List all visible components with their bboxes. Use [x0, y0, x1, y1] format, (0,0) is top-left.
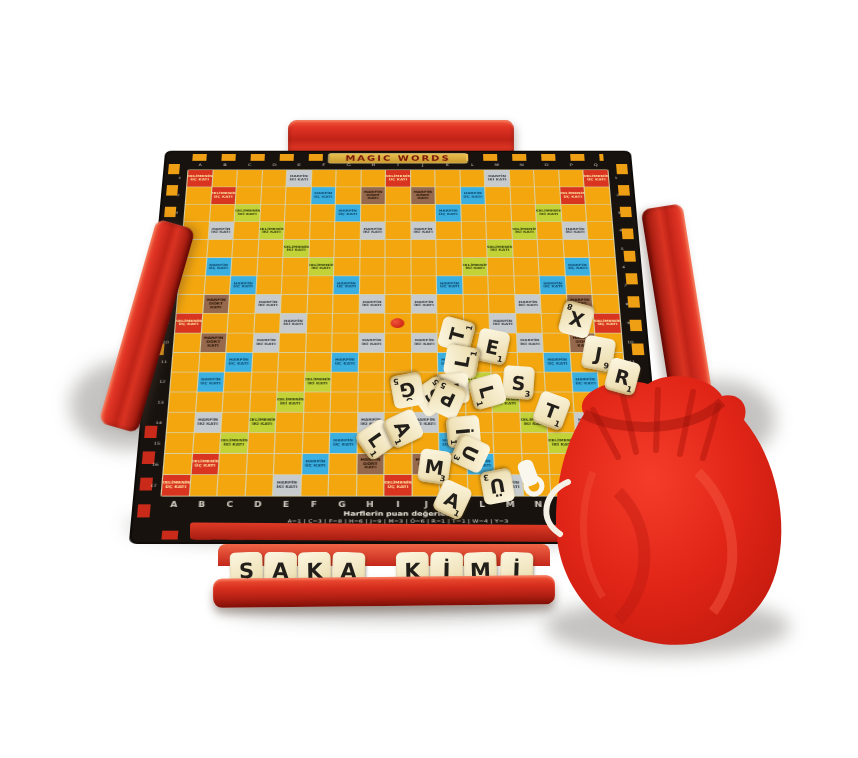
board-cell-C7: HARFİNÜÇ KATI [230, 277, 256, 295]
board-cell-E17: HARFİNİKİ KATI [273, 475, 300, 496]
tile-letter: P [437, 387, 459, 413]
row-label-3: 3 [170, 204, 184, 222]
board-cell-F3 [310, 205, 335, 222]
board-cell-N8: HARFİNİKİ KATI [515, 295, 541, 313]
board-cell-B8: HARFİNDÖRT KATI [203, 295, 229, 313]
board-cell-I5 [386, 240, 410, 257]
premium-label: ÜÇ KATI [165, 485, 186, 489]
board-cell-D1 [262, 170, 287, 186]
row-label-1: 1 [173, 170, 187, 187]
board-cell-F1 [311, 170, 335, 186]
premium-label: İKİ KATI [223, 443, 244, 447]
board-cell-C14 [221, 412, 248, 432]
board-cell-D16 [246, 454, 273, 474]
board-cell-A10 [174, 333, 201, 352]
premium-label: İKİ KATI [490, 249, 509, 252]
board-cell-I9 [385, 314, 410, 332]
board-cell-P6: HARFİNÜÇ KATI [565, 258, 591, 276]
premium-label: İKİ KATI [311, 267, 330, 270]
col-label-E: E [287, 163, 312, 167]
board-cell-C3: KELİMENİNİKİ KATI [235, 205, 260, 222]
board-cell-L5 [462, 240, 487, 257]
premium-label: ÜÇ KATI [335, 362, 355, 366]
board-cell-I8 [385, 295, 410, 313]
premium-label: DÖRT KATI [361, 194, 385, 201]
board-cell-M6 [488, 258, 513, 276]
board-cell-J8: HARFİNİKİ KATI [411, 295, 436, 313]
board-cell-A8 [177, 295, 203, 313]
board-cell-C2 [236, 187, 261, 204]
premium-label: DÖRT KATI [203, 302, 228, 309]
board-cell-M3 [486, 205, 511, 222]
row-label-16: 16 [148, 454, 163, 475]
premium-label: İKİ KATI [465, 267, 484, 270]
board-cell-P1 [559, 170, 584, 186]
board-cell-Q4 [588, 222, 614, 239]
board-cell-O4 [537, 222, 562, 239]
tile-Ü[interactable]: Ü3 [479, 468, 515, 506]
board-cell-B17 [190, 475, 218, 496]
board-cell-B3 [209, 205, 234, 222]
row-label-3: 3 [612, 204, 626, 222]
board-cell-I3 [386, 205, 410, 222]
premium-label: ÜÇ KATI [568, 267, 588, 270]
premium-label: İKİ KATI [283, 323, 303, 327]
premium-label: İKİ KATI [258, 304, 278, 308]
board-cell-H5 [360, 240, 385, 257]
premium-label: İKİ KATI [280, 402, 300, 406]
premium-label: İKİ KATI [238, 213, 257, 216]
col-label-C: C [237, 163, 262, 167]
tile-value: 5 [392, 376, 399, 386]
board-cell-C6 [231, 258, 257, 276]
board-cell-H3 [361, 205, 385, 222]
board-cell-D2 [261, 187, 286, 204]
col-label-K: K [435, 163, 460, 167]
board-cell-E16 [274, 454, 301, 474]
col-label-M: M [484, 163, 509, 167]
premium-label: ÜÇ KATI [440, 285, 460, 288]
row-label-7: 7 [618, 276, 632, 295]
tile-value: 1 [368, 449, 379, 459]
board-cell-D4: KELİMENİNİKİ KATI [259, 222, 284, 239]
row-label-10: 10 [623, 333, 638, 352]
board-cell-I1: KELİMENİNÜÇ KATI [386, 170, 410, 186]
board-cell-C1 [237, 170, 262, 186]
board-cell-H13 [358, 392, 384, 411]
board-cell-B5 [207, 240, 233, 257]
row-label-2: 2 [611, 187, 625, 204]
row-label-4: 4 [614, 222, 628, 240]
premium-label: ÜÇ KATI [563, 196, 582, 199]
board-cell-A14 [167, 412, 195, 432]
board-cell-E7 [282, 277, 307, 295]
board-cell-B1 [212, 170, 237, 186]
board-cell-K8 [437, 295, 462, 313]
board-cell-Q8 [593, 295, 619, 313]
board-cell-G8 [333, 295, 358, 313]
board-cell-L8 [463, 295, 488, 313]
board-cell-A11 [172, 353, 199, 372]
board-cell-F16: HARFİNÜÇ KATI [302, 454, 329, 474]
board-cell-H6 [360, 258, 385, 276]
premium-label: ÜÇ KATI [190, 178, 209, 181]
board-cell-D12 [251, 372, 278, 391]
board-cell-E9: HARFİNİKİ KATI [280, 314, 306, 332]
board-cell-J9 [412, 314, 437, 332]
premium-label: İKİ KATI [515, 231, 534, 234]
board-cell-K7: HARFİNÜÇ KATI [437, 277, 462, 295]
board-cell-F6: KELİMENİNİKİ KATI [308, 258, 333, 276]
row-label-1: 1 [609, 170, 623, 187]
premium-label: ÜÇ KATI [587, 178, 606, 181]
premium-label: ÜÇ KATI [314, 196, 333, 199]
board-cell-A3 [184, 205, 209, 222]
board-cell-I4 [386, 222, 410, 239]
board-cell-P5 [564, 240, 590, 257]
board-cell-E6 [283, 258, 308, 276]
board-cell-E4 [284, 222, 309, 239]
board-cell-D9 [254, 314, 280, 332]
tile-value: 3 [482, 472, 489, 482]
board-cell-M1: HARFİNİKİ KATI [485, 170, 509, 186]
board-cell-B2: KELİMENİNÜÇ KATI [211, 187, 236, 204]
board-cell-K4 [436, 222, 461, 239]
board-cell-J6 [411, 258, 436, 276]
board-cell-Q1: KELİMENİNÜÇ KATI [584, 170, 609, 186]
board-cell-B11 [199, 353, 226, 372]
board-cell-G15: HARFİNÜÇ KATI [330, 433, 357, 453]
tile-value: 3 [524, 389, 530, 398]
board-cell-B13 [196, 392, 223, 411]
col-label-G: G [328, 501, 356, 509]
col-label-L: L [460, 163, 485, 167]
tile-S[interactable]: S3 [502, 365, 535, 400]
tile-letter: Ğ [398, 378, 417, 402]
board-cell-G2 [336, 187, 360, 204]
board-cell-A7 [178, 277, 204, 295]
premium-label: İKİ KATI [262, 231, 281, 234]
board-cell-A12 [170, 372, 197, 391]
board-cell-C5 [232, 240, 257, 257]
board-cell-I17: KELİMENİNÜÇ KATI [385, 475, 412, 496]
board-cell-F10 [306, 333, 332, 352]
board-cell-L7 [463, 277, 488, 295]
premium-label: İKİ KATI [539, 213, 558, 216]
col-label-D: D [262, 163, 287, 167]
board-cell-D8: HARFİNİKİ KATI [255, 295, 281, 313]
board-cell-H17 [357, 475, 384, 496]
col-label-B: B [213, 163, 238, 167]
board-cell-E5: KELİMENİNİKİ KATI [284, 240, 309, 257]
tile-value: 1 [474, 400, 484, 408]
board-cell-H4: HARFİNİKİ KATI [360, 222, 384, 239]
premium-label: İKİ KATI [566, 231, 585, 234]
board-cell-C15: KELİMENİNİKİ KATI [220, 433, 247, 453]
premium-label: İKİ KATI [362, 304, 382, 308]
premium-label: İKİ KATI [493, 323, 513, 327]
col-label-J: J [410, 163, 435, 167]
row-label-2: 2 [171, 187, 185, 204]
board-cell-O7: HARFİNÜÇ KATI [540, 277, 566, 295]
col-label-Q: Q [583, 163, 608, 167]
premium-label: ÜÇ KATI [200, 382, 220, 386]
premium-label: İKİ KATI [488, 178, 507, 181]
board-cell-C13 [223, 392, 250, 411]
board-cell-F12: KELİMENİNİKİ KATI [305, 372, 331, 391]
board-cell-G7: HARFİNÜÇ KATI [334, 277, 359, 295]
board-cell-E13: KELİMENİNİKİ KATI [277, 392, 304, 411]
premium-label: ÜÇ KATI [337, 285, 357, 288]
board-cell-H2: HARFİNDÖRT KATI [361, 187, 385, 204]
premium-label: ÜÇ KATI [387, 485, 408, 489]
col-label-E: E [272, 501, 300, 509]
board-cell-D13 [250, 392, 277, 411]
tile-value: 1 [625, 385, 633, 395]
board-cell-H12 [358, 372, 384, 391]
premium-label: ÜÇ KATI [178, 323, 198, 327]
premium-label: ÜÇ KATI [333, 443, 354, 447]
board-cell-L6: KELİMENİNİKİ KATI [462, 258, 487, 276]
board-cell-F8 [307, 295, 332, 313]
board-cell-E8 [281, 295, 307, 313]
row-label-14: 14 [151, 412, 166, 433]
board-cell-J1 [411, 170, 435, 186]
board-cell-C10 [226, 333, 252, 352]
board-cell-P7 [566, 277, 592, 295]
board-cell-J2: HARFİNDÖRT KATI [411, 187, 435, 204]
board-cell-N10: HARFİNİKİ KATI [517, 333, 543, 352]
board-cell-P2: KELİMENİNÜÇ KATI [560, 187, 585, 204]
col-label-N: N [509, 163, 534, 167]
tile-letter: A [441, 486, 464, 512]
row-label-17: 17 [146, 475, 161, 497]
premium-label: İKİ KATI [362, 342, 382, 346]
board-cell-C12 [224, 372, 251, 391]
premium-label: ÜÇ KATI [598, 323, 618, 327]
board-cell-C4 [234, 222, 259, 239]
col-label-C: C [216, 501, 244, 509]
board-cell-D10: HARFİNİKİ KATI [253, 333, 279, 352]
board-cell-O5 [538, 240, 563, 257]
board-cell-D7 [256, 277, 282, 295]
tile-letter: J [593, 342, 604, 365]
board-cell-B9 [201, 314, 227, 332]
col-label-A: A [159, 501, 188, 509]
board-cell-P4: HARFİNİKİ KATI [562, 222, 587, 239]
board-cell-F7 [308, 277, 333, 295]
board-cell-A9: KELİMENİNÜÇ KATI [175, 314, 202, 332]
board-cell-K3: HARFİNÜÇ KATI [436, 205, 460, 222]
board-cell-K2 [436, 187, 460, 204]
row-label-5: 5 [615, 240, 629, 258]
board-cell-E2 [286, 187, 311, 204]
board-cell-G17 [329, 475, 356, 496]
board-cell-J7 [411, 277, 436, 295]
board-cell-E1: HARFİNİKİ KATI [287, 170, 311, 186]
board-cell-D17 [245, 475, 273, 496]
premium-label: İKİ KATI [414, 342, 434, 346]
board-cell-L2: HARFİNÜÇ KATI [461, 187, 485, 204]
row-label-15: 15 [149, 433, 164, 454]
board-cell-Q2 [585, 187, 610, 204]
board-cell-H9 [359, 314, 384, 332]
tile-letter: U [457, 442, 483, 465]
board-cell-B12: HARFİNÜÇ KATI [197, 372, 224, 391]
premium-label: İKİ KATI [414, 304, 434, 308]
board-cell-G11: HARFİNÜÇ KATI [332, 353, 358, 372]
col-label-A: A [188, 163, 213, 167]
tile-letter: L [364, 428, 389, 451]
board-cell-Q9: KELİMENİNÜÇ KATI [594, 314, 621, 332]
board-cell-A2 [186, 187, 211, 204]
col-label-H: H [361, 163, 386, 167]
board-cell-C9 [228, 314, 254, 332]
board-cell-I16 [385, 454, 412, 474]
board-cell-N2 [510, 187, 535, 204]
tile-letter: L [475, 383, 499, 400]
board-cell-A13 [169, 392, 196, 411]
board-cell-M8 [489, 295, 515, 313]
board-cell-J11 [412, 353, 438, 372]
board-cell-H8: HARFİNİKİ KATI [359, 295, 384, 313]
col-label-H: H [356, 501, 384, 509]
board-cell-O1 [534, 170, 559, 186]
premium-label: ÜÇ KATI [543, 285, 563, 288]
board-cell-I2 [386, 187, 410, 204]
col-label-P: P [559, 163, 584, 167]
board-cell-E11 [279, 353, 305, 372]
board-cell-F11 [305, 353, 331, 372]
board-cell-L4 [462, 222, 487, 239]
board-cell-I10 [385, 333, 410, 352]
board-cell-Q3 [586, 205, 611, 222]
board-cell-N3 [511, 205, 536, 222]
row-label-9: 9 [621, 314, 635, 333]
board-cell-P3 [561, 205, 586, 222]
tile-letter: Ü [488, 474, 507, 498]
board-cell-G4 [335, 222, 360, 239]
board-cell-G14 [330, 412, 356, 432]
board-cell-E3 [285, 205, 310, 222]
board-cell-Q7 [592, 277, 618, 295]
board-cell-D15 [248, 433, 275, 453]
board-cell-O3: KELİMENİNİKİ KATI [536, 205, 561, 222]
row-label-12: 12 [155, 372, 170, 392]
col-label-F: F [300, 501, 328, 509]
board-cell-N7 [514, 277, 540, 295]
premium-label: ÜÇ KATI [209, 267, 229, 270]
board-cell-O10 [543, 333, 569, 352]
board-cell-N1 [510, 170, 535, 186]
board-cell-E10 [279, 333, 305, 352]
board-cell-L1 [460, 170, 484, 186]
premium-label: ÜÇ KATI [228, 362, 248, 366]
premium-label: İKİ KATI [518, 304, 538, 308]
col-label-I: I [384, 501, 412, 509]
board-cell-C8 [229, 295, 255, 313]
board-cell-F5 [309, 240, 334, 257]
cord-loop [526, 478, 542, 494]
column-letters-top: ABCDEFGHIJKLMNOPQ [188, 163, 608, 167]
board-cell-Q5 [589, 240, 615, 257]
premium-label: İKİ KATI [276, 485, 297, 489]
row-label-6: 6 [617, 258, 631, 276]
board-cell-G13 [331, 392, 357, 411]
board-cell-J5 [411, 240, 436, 257]
premium-label: İKİ KATI [252, 422, 273, 426]
board-cell-D11 [252, 353, 278, 372]
board-cell-K1 [436, 170, 460, 186]
board-cell-B14: HARFİNİKİ KATI [194, 412, 221, 432]
premium-label: İKİ KATI [256, 342, 276, 346]
board-cell-N5 [513, 240, 538, 257]
board-cell-F15 [302, 433, 329, 453]
board-cell-K6 [437, 258, 462, 276]
premium-label: DÖRT KATI [411, 194, 435, 201]
col-label-G: G [336, 163, 361, 167]
board-cell-M4 [487, 222, 512, 239]
premium-label: ÜÇ KATI [233, 285, 253, 288]
premium-label: İKİ KATI [211, 231, 230, 234]
board-cell-D3 [260, 205, 285, 222]
premium-label: DÖRT KATI [200, 341, 226, 348]
col-label-O: O [534, 163, 559, 167]
board-cell-A1: KELİMENİNÜÇ KATI [187, 170, 212, 186]
board-cell-G5 [335, 240, 360, 257]
board-cell-L3 [461, 205, 486, 222]
board-cell-G3: HARFİNÜÇ KATI [335, 205, 359, 222]
board-cell-F14 [303, 412, 330, 432]
board-cell-F13 [304, 392, 330, 411]
board-cell-O6 [539, 258, 565, 276]
board-cell-E14 [276, 412, 303, 432]
board-cell-B6: HARFİNÜÇ KATI [206, 258, 232, 276]
board-cell-F9 [307, 314, 333, 332]
row-label-8: 8 [620, 295, 634, 314]
board-cell-G1 [336, 170, 360, 186]
board-cell-B4: HARFİNİKİ KATI [208, 222, 233, 239]
board-cell-B10: HARFİNDÖRT KATI [200, 333, 227, 352]
board-cell-E15 [275, 433, 302, 453]
board-cell-N9 [516, 314, 542, 332]
board-cell-C11: HARFİNÜÇ KATI [225, 353, 252, 372]
premium-label: ÜÇ KATI [389, 178, 408, 181]
tile-value: 1 [553, 419, 561, 429]
premium-label: İKİ KATI [308, 382, 328, 386]
board-cell-G6 [334, 258, 359, 276]
board-cell-C16 [219, 454, 247, 474]
board-cell-Q6 [590, 258, 616, 276]
board-cell-D14: KELİMENİNİKİ KATI [249, 412, 276, 432]
col-label-F: F [311, 163, 336, 167]
board-cell-A15 [165, 433, 193, 453]
board-cell-N6 [514, 258, 539, 276]
tile-Ğ[interactable]: Ğ5 [389, 372, 425, 410]
premium-label: ÜÇ KATI [194, 464, 215, 468]
board-cell-F4 [310, 222, 335, 239]
board-cell-B16: KELİMENİNÜÇ KATI [191, 454, 219, 474]
board-cell-I7 [386, 277, 411, 295]
premium-label: İKİ KATI [289, 178, 308, 181]
board-cell-H10: HARFİNİKİ KATI [359, 333, 384, 352]
board-cell-G12 [331, 372, 357, 391]
col-label-I: I [386, 163, 411, 167]
center-star [391, 318, 405, 328]
premium-label: İKİ KATI [286, 249, 305, 252]
premium-label: ÜÇ KATI [439, 213, 458, 216]
board-cell-M7 [489, 277, 514, 295]
